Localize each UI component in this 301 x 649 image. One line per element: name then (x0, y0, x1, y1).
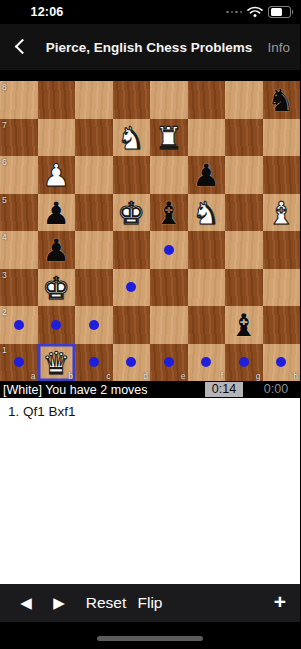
move-dot-d1[interactable] (126, 357, 136, 367)
wifi-icon (247, 6, 263, 18)
square-c7[interactable] (75, 119, 113, 157)
square-g3[interactable] (225, 269, 263, 307)
cellular-signal-icon (226, 11, 242, 14)
clock-time: 12:06 (24, 5, 70, 19)
square-c6[interactable] (75, 156, 113, 194)
move-dot-f1[interactable] (201, 357, 211, 367)
square-a3[interactable]: 3 (0, 269, 38, 307)
move-dot-b2[interactable] (51, 320, 61, 330)
rank-label-7: 7 (2, 120, 7, 130)
square-d5[interactable]: ♚ (113, 194, 151, 232)
square-h7[interactable] (263, 119, 301, 157)
square-f4[interactable] (188, 231, 226, 269)
square-e1[interactable]: e (150, 344, 188, 382)
square-e2[interactable] (150, 306, 188, 344)
square-f1[interactable]: f (188, 344, 226, 382)
turn-message: [White] You have 2 moves (0, 383, 205, 397)
square-c4[interactable] (75, 231, 113, 269)
square-f5[interactable]: ♞ (188, 194, 226, 232)
square-a4[interactable]: 4 (0, 231, 38, 269)
white-king-d5[interactable]: ♚ (113, 194, 151, 232)
file-label-a: a (31, 371, 36, 381)
square-h6[interactable] (263, 156, 301, 194)
square-d1[interactable]: d (113, 344, 151, 382)
file-label-e: e (181, 371, 186, 381)
square-c1[interactable]: c (75, 344, 113, 382)
square-d4[interactable] (113, 231, 151, 269)
square-f2[interactable] (188, 306, 226, 344)
white-knight-f5[interactable]: ♞ (188, 194, 226, 232)
square-g7[interactable] (225, 119, 263, 157)
square-a2[interactable]: 2 (0, 306, 38, 344)
move-dot-d3[interactable] (126, 282, 136, 292)
rank-label-4: 4 (2, 232, 7, 242)
home-indicator[interactable] (97, 636, 203, 641)
square-c3[interactable] (75, 269, 113, 307)
square-h3[interactable] (263, 269, 301, 307)
move-dot-c1[interactable] (89, 357, 99, 367)
page-title: Pierce, English Chess Problems (40, 24, 258, 70)
square-g1[interactable]: g (225, 344, 263, 382)
square-g5[interactable] (225, 194, 263, 232)
square-c5[interactable] (75, 194, 113, 232)
status-bar: 12:06 (0, 0, 300, 24)
chevron-left-icon (15, 39, 31, 55)
white-queen-b1[interactable]: ♛ (38, 344, 76, 382)
square-e6[interactable] (150, 156, 188, 194)
square-a8[interactable]: 8 (0, 81, 38, 119)
battery-icon (268, 6, 291, 19)
square-d2[interactable] (113, 306, 151, 344)
flip-button[interactable]: Flip (135, 584, 165, 622)
move-list: 1. Qf1 Bxf1 (0, 398, 300, 419)
clock-active: 0:14 (205, 382, 243, 397)
move-dot-h1[interactable] (276, 357, 286, 367)
clock-inactive: 0:00 (257, 382, 295, 397)
reset-button[interactable]: Reset (84, 584, 128, 622)
square-h5[interactable]: ♝ (263, 194, 301, 232)
square-b6[interactable]: ♟ (38, 156, 76, 194)
square-b8[interactable] (38, 81, 76, 119)
square-c2[interactable] (75, 306, 113, 344)
black-knight-h8[interactable]: ♞ (263, 81, 301, 119)
rank-label-5: 5 (2, 195, 7, 205)
back-button[interactable] (10, 36, 32, 58)
rank-label-1: 1 (2, 345, 7, 355)
move-dot-e4[interactable] (164, 245, 174, 255)
square-g8[interactable] (225, 81, 263, 119)
file-label-g: g (256, 371, 261, 381)
square-d8[interactable] (113, 81, 151, 119)
white-pawn-b6[interactable]: ♟ (38, 156, 76, 194)
white-rook-e7[interactable]: ♜ (150, 119, 188, 157)
rank-label-3: 3 (2, 270, 7, 280)
black-pawn-b5[interactable]: ♟ (38, 194, 76, 232)
home-area (0, 622, 300, 649)
message-bar: [White] You have 2 moves 0:14 0:00 (0, 381, 300, 398)
white-knight-d7[interactable]: ♞ (113, 119, 151, 157)
black-pawn-f6[interactable]: ♟ (188, 156, 226, 194)
square-g4[interactable] (225, 231, 263, 269)
previous-move-button[interactable]: ◀ (12, 584, 40, 622)
square-h8[interactable]: ♞ (263, 81, 301, 119)
square-d6[interactable] (113, 156, 151, 194)
square-f3[interactable] (188, 269, 226, 307)
black-bishop-e5[interactable]: ♝ (150, 194, 188, 232)
square-h2[interactable] (263, 306, 301, 344)
black-bishop-g2[interactable]: ♝ (225, 306, 263, 344)
chess-board: 8♞7♞♜6♟♟5♟♚♝♞♝4♟3♚2♝1ab♛cdefgh (0, 81, 300, 381)
status-icons (226, 0, 291, 24)
app-screen: 12:06 Pierce, English Chess Problems Inf… (0, 0, 300, 649)
move-dot-g1[interactable] (239, 357, 249, 367)
square-b7[interactable] (38, 119, 76, 157)
square-b2[interactable] (38, 306, 76, 344)
square-a7[interactable]: 7 (0, 119, 38, 157)
square-f8[interactable] (188, 81, 226, 119)
square-e5[interactable]: ♝ (150, 194, 188, 232)
square-d3[interactable] (113, 269, 151, 307)
square-b1[interactable]: b♛ (38, 344, 76, 382)
move-list-panel: 1. Qf1 Bxf1 (0, 398, 300, 584)
navigation-bar: Pierce, English Chess Problems Info (0, 24, 300, 70)
square-h1[interactable]: h (263, 344, 301, 382)
file-label-h: h (293, 371, 298, 381)
square-b4[interactable]: ♟ (38, 231, 76, 269)
move-dot-c2[interactable] (89, 320, 99, 330)
move-dot-e1[interactable] (164, 357, 174, 367)
square-a5[interactable]: 5 (0, 194, 38, 232)
file-label-f: f (221, 371, 223, 381)
white-king-b3[interactable]: ♚ (38, 269, 76, 307)
next-move-button[interactable]: ▶ (45, 584, 73, 622)
black-pawn-b4[interactable]: ♟ (38, 231, 76, 269)
info-button[interactable]: Info (267, 24, 290, 70)
square-a6[interactable]: 6 (0, 156, 38, 194)
bottom-toolbar: ◀ ▶ Reset Flip + (0, 584, 300, 622)
square-f7[interactable] (188, 119, 226, 157)
move-dot-a2[interactable] (14, 320, 24, 330)
square-d7[interactable]: ♞ (113, 119, 151, 157)
move-dot-a1[interactable] (14, 357, 24, 367)
file-label-c: c (106, 371, 110, 381)
square-c8[interactable] (75, 81, 113, 119)
square-e7[interactable]: ♜ (150, 119, 188, 157)
square-g6[interactable] (225, 156, 263, 194)
square-e3[interactable] (150, 269, 188, 307)
square-f6[interactable]: ♟ (188, 156, 226, 194)
square-e8[interactable] (150, 81, 188, 119)
square-b5[interactable]: ♟ (38, 194, 76, 232)
square-a1[interactable]: 1a (0, 344, 38, 382)
square-b3[interactable]: ♚ (38, 269, 76, 307)
rank-label-8: 8 (2, 82, 7, 92)
rank-label-2: 2 (2, 307, 7, 317)
square-g2[interactable]: ♝ (225, 306, 263, 344)
add-button[interactable]: + (266, 584, 294, 622)
file-label-d: d (143, 371, 148, 381)
rank-label-6: 6 (2, 157, 7, 167)
square-h4[interactable] (263, 231, 301, 269)
square-e4[interactable] (150, 231, 188, 269)
white-bishop-h5[interactable]: ♝ (263, 194, 301, 232)
